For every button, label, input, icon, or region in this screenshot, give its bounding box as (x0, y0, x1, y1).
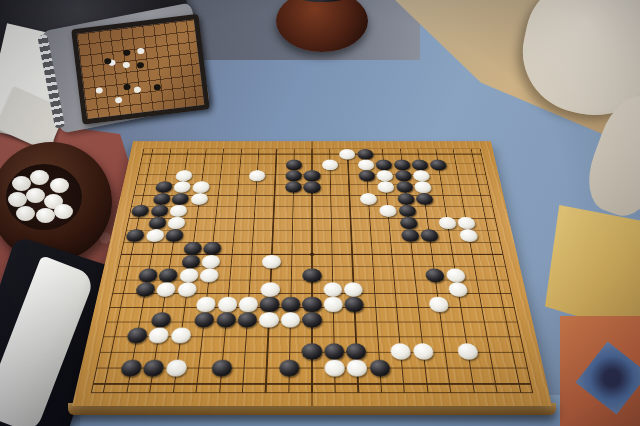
intersection-15-6[interactable] (233, 343, 256, 359)
intersection-12-10[interactable] (323, 297, 345, 312)
intersection-0-16[interactable] (427, 149, 446, 160)
black-stone[interactable] (304, 182, 321, 193)
intersection-15-7[interactable] (256, 343, 279, 359)
intersection-4-3[interactable] (189, 193, 209, 205)
white-stone[interactable] (199, 269, 219, 283)
intersection-7-9[interactable] (302, 229, 322, 242)
intersection-1-2[interactable] (176, 160, 196, 171)
white-stone[interactable] (176, 283, 197, 297)
intersection-12-17[interactable] (470, 297, 494, 312)
intersection-5-3[interactable] (187, 205, 208, 217)
intersection-10-6[interactable] (240, 269, 261, 283)
white-stone[interactable] (175, 170, 193, 181)
intersection-6-16[interactable] (437, 217, 458, 229)
intersection-12-2[interactable] (152, 297, 176, 312)
white-stone[interactable] (281, 312, 301, 327)
intersection-0-12[interactable] (356, 149, 375, 160)
white-stone[interactable] (169, 205, 188, 217)
intersection-16-13[interactable] (390, 360, 414, 377)
intersection-9-13[interactable] (382, 255, 403, 269)
intersection-15-3[interactable] (166, 343, 190, 359)
intersection-10-12[interactable] (363, 269, 384, 283)
intersection-4-0[interactable] (132, 193, 153, 205)
intersection-8-1[interactable] (141, 242, 163, 255)
intersection-0-14[interactable] (392, 149, 411, 160)
intersection-11-16[interactable] (446, 283, 469, 297)
intersection-5-2[interactable] (168, 205, 189, 217)
intersection-5-14[interactable] (397, 205, 417, 217)
intersection-2-0[interactable] (137, 170, 158, 181)
black-stone[interactable] (147, 217, 167, 229)
intersection-7-2[interactable] (164, 229, 186, 242)
black-stone[interactable] (152, 193, 171, 205)
intersection-0-10[interactable] (321, 149, 339, 160)
white-stone[interactable] (155, 283, 176, 297)
black-stone[interactable] (279, 360, 300, 377)
intersection-10-9[interactable] (302, 269, 323, 283)
intersection-6-17[interactable] (456, 217, 478, 229)
intersection-10-17[interactable] (465, 269, 488, 283)
intersection-12-4[interactable] (195, 297, 218, 312)
intersection-17-10[interactable] (323, 377, 346, 385)
intersection-6-10[interactable] (322, 217, 342, 229)
intersection-5-16[interactable] (435, 205, 456, 217)
black-stone[interactable] (210, 360, 232, 377)
black-stone[interactable] (194, 312, 215, 327)
black-stone[interactable] (304, 170, 321, 181)
intersection-12-6[interactable] (237, 297, 259, 312)
black-stone[interactable] (346, 343, 367, 359)
intersection-12-5[interactable] (216, 297, 239, 312)
intersection-2-2[interactable] (174, 170, 194, 181)
white-stone[interactable] (170, 327, 192, 343)
intersection-18-8[interactable] (277, 384, 300, 392)
intersection-15-17[interactable] (477, 343, 502, 359)
intersection-9-17[interactable] (462, 255, 485, 269)
intersection-16-7[interactable] (255, 360, 278, 377)
intersection-3-3[interactable] (191, 182, 211, 193)
intersection-18-18[interactable] (507, 384, 532, 392)
black-stone[interactable] (150, 312, 172, 327)
white-stone[interactable] (248, 170, 265, 181)
intersection-11-13[interactable] (384, 283, 406, 297)
intersection-6-1[interactable] (146, 217, 168, 229)
black-stone[interactable] (302, 297, 321, 312)
intersection-12-9[interactable] (301, 297, 322, 312)
go-grid[interactable] (91, 149, 533, 394)
intersection-8-3[interactable] (182, 242, 204, 255)
intersection-2-6[interactable] (248, 170, 267, 181)
intersection-8-10[interactable] (322, 242, 342, 255)
black-stone[interactable] (416, 193, 435, 205)
intersection-1-4[interactable] (212, 160, 231, 171)
intersection-13-4[interactable] (193, 312, 216, 327)
black-stone[interactable] (358, 170, 375, 181)
intersection-18-10[interactable] (323, 384, 346, 392)
intersection-12-14[interactable] (407, 297, 430, 312)
intersection-14-3[interactable] (169, 327, 193, 343)
white-stone[interactable] (379, 205, 397, 217)
intersection-0-15[interactable] (409, 149, 428, 160)
black-stone[interactable] (215, 312, 236, 327)
intersection-14-11[interactable] (345, 327, 368, 343)
white-stone[interactable] (261, 283, 280, 297)
intersection-6-5[interactable] (224, 217, 244, 229)
intersection-0-1[interactable] (160, 149, 180, 160)
black-stone[interactable] (303, 269, 322, 283)
intersection-16-1[interactable] (118, 360, 144, 377)
white-stone[interactable] (414, 182, 432, 193)
intersection-16-10[interactable] (323, 360, 346, 377)
black-stone[interactable] (401, 229, 420, 242)
intersection-7-18[interactable] (478, 229, 500, 242)
intersection-14-6[interactable] (235, 327, 258, 343)
intersection-17-12[interactable] (369, 377, 392, 385)
intersection-10-7[interactable] (260, 269, 281, 283)
intersection-16-6[interactable] (232, 360, 256, 377)
white-stone[interactable] (165, 360, 188, 377)
intersection-13-18[interactable] (493, 312, 518, 327)
black-stone[interactable] (396, 182, 414, 193)
intersection-7-17[interactable] (458, 229, 480, 242)
intersection-11-14[interactable] (405, 283, 427, 297)
intersection-4-7[interactable] (265, 193, 284, 205)
white-stone[interactable] (376, 170, 393, 181)
intersection-0-2[interactable] (178, 149, 197, 160)
intersection-2-12[interactable] (357, 170, 376, 181)
intersection-13-9[interactable] (301, 312, 323, 327)
intersection-7-4[interactable] (203, 229, 224, 242)
intersection-8-8[interactable] (282, 242, 302, 255)
intersection-2-9[interactable] (303, 170, 321, 181)
intersection-13-2[interactable] (149, 312, 173, 327)
intersection-3-13[interactable] (376, 182, 396, 193)
intersection-5-11[interactable] (340, 205, 360, 217)
intersection-11-5[interactable] (217, 283, 239, 297)
black-stone[interactable] (171, 193, 190, 205)
intersection-18-6[interactable] (231, 384, 255, 392)
intersection-6-11[interactable] (341, 217, 361, 229)
intersection-1-1[interactable] (158, 160, 178, 171)
intersection-6-8[interactable] (283, 217, 303, 229)
intersection-10-2[interactable] (157, 269, 180, 283)
intersection-1-17[interactable] (446, 160, 466, 171)
intersection-13-1[interactable] (128, 312, 152, 327)
intersection-14-16[interactable] (453, 327, 477, 343)
intersection-6-7[interactable] (263, 217, 283, 229)
intersection-4-16[interactable] (433, 193, 454, 205)
intersection-4-8[interactable] (284, 193, 303, 205)
intersection-7-3[interactable] (184, 229, 205, 242)
intersection-0-4[interactable] (213, 149, 232, 160)
white-stone[interactable] (457, 217, 477, 229)
intersection-8-4[interactable] (202, 242, 223, 255)
white-stone[interactable] (358, 160, 375, 171)
intersection-18-13[interactable] (392, 384, 416, 392)
intersection-3-2[interactable] (172, 182, 192, 193)
black-stone[interactable] (286, 160, 302, 171)
intersection-11-11[interactable] (343, 283, 364, 297)
intersection-11-0[interactable] (112, 283, 136, 297)
intersection-16-14[interactable] (413, 360, 438, 377)
white-stone[interactable] (429, 297, 450, 312)
intersection-5-7[interactable] (264, 205, 284, 217)
intersection-17-17[interactable] (483, 377, 507, 385)
intersection-0-17[interactable] (445, 149, 465, 160)
intersection-1-3[interactable] (194, 160, 214, 171)
intersection-17-16[interactable] (460, 377, 484, 385)
intersection-4-15[interactable] (415, 193, 435, 205)
intersection-4-18[interactable] (471, 193, 492, 205)
intersection-7-10[interactable] (322, 229, 342, 242)
intersection-4-10[interactable] (321, 193, 340, 205)
intersection-5-17[interactable] (454, 205, 475, 217)
intersection-18-9[interactable] (300, 384, 323, 392)
intersection-6-18[interactable] (475, 217, 497, 229)
black-stone[interactable] (260, 297, 280, 312)
intersection-15-5[interactable] (211, 343, 235, 359)
intersection-3-15[interactable] (413, 182, 433, 193)
intersection-10-3[interactable] (178, 269, 200, 283)
intersection-10-0[interactable] (115, 269, 138, 283)
black-stone[interactable] (376, 160, 393, 171)
intersection-17-6[interactable] (232, 377, 255, 385)
intersection-18-15[interactable] (438, 384, 462, 392)
black-stone[interactable] (345, 297, 365, 312)
intersection-17-14[interactable] (415, 377, 439, 385)
intersection-8-15[interactable] (421, 242, 443, 255)
white-stone[interactable] (324, 360, 345, 377)
intersection-13-17[interactable] (472, 312, 496, 327)
intersection-14-13[interactable] (388, 327, 411, 343)
intersection-16-16[interactable] (458, 360, 483, 377)
intersection-3-9[interactable] (303, 182, 322, 193)
intersection-13-11[interactable] (344, 312, 366, 327)
intersection-1-9[interactable] (303, 160, 321, 171)
intersection-11-12[interactable] (364, 283, 386, 297)
white-stone[interactable] (322, 160, 338, 171)
black-stone[interactable] (237, 312, 257, 327)
intersection-5-10[interactable] (321, 205, 340, 217)
intersection-7-0[interactable] (124, 229, 146, 242)
intersection-15-15[interactable] (433, 343, 457, 359)
intersection-9-4[interactable] (200, 255, 222, 269)
intersection-2-18[interactable] (466, 170, 487, 181)
intersection-13-7[interactable] (258, 312, 280, 327)
white-stone[interactable] (190, 193, 209, 205)
intersection-2-7[interactable] (266, 170, 285, 181)
intersection-5-4[interactable] (206, 205, 226, 217)
intersection-12-8[interactable] (280, 297, 302, 312)
intersection-13-15[interactable] (429, 312, 453, 327)
black-stone[interactable] (137, 269, 158, 283)
intersection-2-17[interactable] (448, 170, 468, 181)
black-stone[interactable] (181, 255, 201, 269)
white-stone[interactable] (447, 283, 468, 297)
white-stone[interactable] (196, 297, 217, 312)
intersection-17-2[interactable] (140, 377, 164, 385)
intersection-4-6[interactable] (246, 193, 266, 205)
intersection-17-3[interactable] (163, 377, 187, 385)
intersection-16-17[interactable] (480, 360, 506, 377)
black-stone[interactable] (420, 229, 439, 242)
intersection-7-11[interactable] (341, 229, 361, 242)
intersection-7-8[interactable] (282, 229, 302, 242)
white-stone[interactable] (179, 269, 199, 283)
intersection-3-10[interactable] (321, 182, 340, 193)
white-stone[interactable] (339, 149, 355, 159)
intersection-14-10[interactable] (323, 327, 345, 343)
intersection-5-9[interactable] (302, 205, 321, 217)
intersection-10-8[interactable] (281, 269, 302, 283)
intersection-14-4[interactable] (191, 327, 215, 343)
white-stone[interactable] (456, 343, 479, 359)
intersection-8-12[interactable] (361, 242, 382, 255)
intersection-16-15[interactable] (435, 360, 460, 377)
intersection-3-12[interactable] (358, 182, 377, 193)
intersection-3-17[interactable] (450, 182, 471, 193)
intersection-12-16[interactable] (449, 297, 473, 312)
intersection-2-11[interactable] (339, 170, 358, 181)
intersection-18-7[interactable] (254, 384, 277, 392)
intersection-1-0[interactable] (140, 160, 160, 171)
white-stone[interactable] (377, 182, 395, 193)
intersection-9-0[interactable] (118, 255, 141, 269)
intersection-11-6[interactable] (238, 283, 260, 297)
intersection-11-17[interactable] (467, 283, 490, 297)
intersection-6-9[interactable] (302, 217, 321, 229)
intersection-0-6[interactable] (249, 149, 268, 160)
black-stone[interactable] (134, 283, 155, 297)
intersection-14-12[interactable] (366, 327, 389, 343)
white-stone[interactable] (173, 182, 191, 193)
intersection-11-8[interactable] (280, 283, 301, 297)
intersection-9-18[interactable] (483, 255, 506, 269)
intersection-5-8[interactable] (283, 205, 302, 217)
intersection-11-9[interactable] (301, 283, 322, 297)
intersection-4-5[interactable] (227, 193, 247, 205)
white-stone[interactable] (192, 182, 210, 193)
intersection-5-6[interactable] (245, 205, 265, 217)
intersection-9-9[interactable] (302, 255, 322, 269)
intersection-5-13[interactable] (378, 205, 398, 217)
intersection-18-0[interactable] (92, 384, 117, 392)
intersection-4-17[interactable] (452, 193, 473, 205)
white-stone[interactable] (412, 343, 434, 359)
intersection-11-3[interactable] (175, 283, 198, 297)
intersection-14-7[interactable] (257, 327, 280, 343)
intersection-16-12[interactable] (368, 360, 392, 377)
intersection-12-18[interactable] (491, 297, 515, 312)
intersection-13-5[interactable] (214, 312, 237, 327)
intersection-7-6[interactable] (243, 229, 263, 242)
intersection-15-8[interactable] (278, 343, 301, 359)
intersection-18-17[interactable] (484, 384, 509, 392)
intersection-6-14[interactable] (398, 217, 419, 229)
intersection-8-0[interactable] (121, 242, 144, 255)
white-stone[interactable] (445, 269, 466, 283)
intersection-1-7[interactable] (267, 160, 286, 171)
white-stone[interactable] (201, 255, 221, 269)
intersection-8-17[interactable] (460, 242, 482, 255)
intersection-10-15[interactable] (424, 269, 446, 283)
intersection-12-0[interactable] (109, 297, 133, 312)
white-stone[interactable] (167, 217, 186, 229)
intersection-8-2[interactable] (162, 242, 184, 255)
intersection-13-14[interactable] (408, 312, 431, 327)
black-stone[interactable] (203, 242, 222, 255)
intersection-12-3[interactable] (173, 297, 196, 312)
intersection-1-5[interactable] (230, 160, 249, 171)
intersection-0-5[interactable] (231, 149, 250, 160)
intersection-9-8[interactable] (281, 255, 302, 269)
intersection-4-14[interactable] (396, 193, 416, 205)
intersection-18-14[interactable] (415, 384, 439, 392)
intersection-6-3[interactable] (185, 217, 206, 229)
intersection-15-1[interactable] (121, 343, 146, 359)
white-stone[interactable] (262, 255, 281, 269)
intersection-12-12[interactable] (365, 297, 387, 312)
intersection-9-12[interactable] (362, 255, 383, 269)
intersection-5-5[interactable] (226, 205, 246, 217)
intersection-9-11[interactable] (342, 255, 363, 269)
white-stone[interactable] (360, 193, 378, 205)
intersection-2-15[interactable] (412, 170, 432, 181)
intersection-16-11[interactable] (346, 360, 369, 377)
intersection-10-4[interactable] (198, 269, 220, 283)
intersection-9-2[interactable] (159, 255, 181, 269)
intersection-5-15[interactable] (416, 205, 437, 217)
intersection-1-6[interactable] (248, 160, 267, 171)
intersection-7-12[interactable] (361, 229, 381, 242)
intersection-10-11[interactable] (343, 269, 364, 283)
intersection-15-4[interactable] (189, 343, 213, 359)
intersection-11-10[interactable] (322, 283, 343, 297)
intersection-0-7[interactable] (267, 149, 285, 160)
intersection-3-14[interactable] (395, 182, 415, 193)
intersection-8-14[interactable] (401, 242, 422, 255)
intersection-15-10[interactable] (323, 343, 346, 359)
intersection-12-11[interactable] (344, 297, 366, 312)
intersection-1-14[interactable] (393, 160, 412, 171)
intersection-13-3[interactable] (171, 312, 195, 327)
intersection-16-2[interactable] (141, 360, 166, 377)
intersection-15-18[interactable] (499, 343, 525, 359)
intersection-3-7[interactable] (265, 182, 284, 193)
intersection-6-12[interactable] (360, 217, 380, 229)
black-stone[interactable] (429, 160, 447, 171)
black-stone[interactable] (125, 229, 145, 242)
black-stone[interactable] (131, 205, 151, 217)
intersection-14-5[interactable] (213, 327, 236, 343)
intersection-4-12[interactable] (359, 193, 379, 205)
black-stone[interactable] (165, 229, 185, 242)
white-stone[interactable] (238, 297, 258, 312)
intersection-12-7[interactable] (259, 297, 281, 312)
intersection-8-5[interactable] (222, 242, 243, 255)
intersection-6-15[interactable] (418, 217, 439, 229)
black-stone[interactable] (154, 182, 173, 193)
intersection-13-16[interactable] (451, 312, 475, 327)
white-stone[interactable] (390, 343, 411, 359)
intersection-1-10[interactable] (321, 160, 339, 171)
intersection-14-18[interactable] (496, 327, 521, 343)
intersection-4-9[interactable] (303, 193, 322, 205)
intersection-2-13[interactable] (376, 170, 395, 181)
black-stone[interactable] (397, 193, 415, 205)
intersection-3-1[interactable] (153, 182, 174, 193)
intersection-3-8[interactable] (284, 182, 303, 193)
